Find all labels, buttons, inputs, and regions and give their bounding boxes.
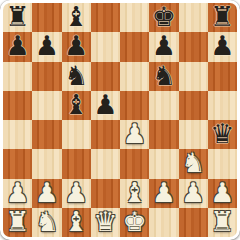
square-h5[interactable] [208, 91, 237, 120]
square-e1[interactable]: ♚ [120, 208, 149, 237]
black-rook[interactable]: ♜ [210, 3, 234, 30]
square-b1[interactable]: ♞ [32, 208, 61, 237]
black-knight[interactable]: ♞ [152, 62, 176, 89]
white-pawn[interactable]: ♟ [6, 179, 30, 206]
square-f5[interactable] [149, 91, 178, 120]
black-pawn[interactable]: ♟ [35, 32, 59, 59]
black-pawn[interactable]: ♟ [210, 32, 234, 59]
square-f7[interactable]: ♟ [149, 32, 178, 61]
square-e2[interactable]: ♝ [120, 179, 149, 208]
white-king[interactable]: ♚ [123, 208, 147, 235]
square-c1[interactable]: ♝ [62, 208, 91, 237]
square-b2[interactable]: ♟ [32, 179, 61, 208]
square-e6[interactable] [120, 62, 149, 91]
square-g8[interactable] [179, 3, 208, 32]
white-pawn[interactable]: ♟ [210, 179, 234, 206]
square-a5[interactable] [3, 91, 32, 120]
square-f4[interactable] [149, 120, 178, 149]
square-b4[interactable] [32, 120, 61, 149]
square-g4[interactable] [179, 120, 208, 149]
square-a7[interactable]: ♟ [3, 32, 32, 61]
square-g6[interactable] [179, 62, 208, 91]
square-b3[interactable] [32, 149, 61, 178]
square-e8[interactable] [120, 3, 149, 32]
white-rook[interactable]: ♜ [6, 208, 30, 235]
square-a1[interactable]: ♜ [3, 208, 32, 237]
square-g5[interactable] [179, 91, 208, 120]
black-pawn[interactable]: ♟ [64, 32, 88, 59]
square-b5[interactable] [32, 91, 61, 120]
square-f8[interactable]: ♚ [149, 3, 178, 32]
black-king[interactable]: ♚ [152, 3, 176, 30]
square-g1[interactable] [179, 208, 208, 237]
square-c5[interactable]: ♝ [62, 91, 91, 120]
white-pawn[interactable]: ♟ [181, 179, 205, 206]
black-bishop[interactable]: ♝ [64, 91, 88, 118]
black-pawn[interactable]: ♟ [152, 32, 176, 59]
square-b8[interactable] [32, 3, 61, 32]
white-pawn[interactable]: ♟ [64, 179, 88, 206]
chess-board: ♜♝♚♜♟♟♟♟♟♞♞♝♟♟♛♞♟♟♟♝♟♟♟♜♞♝♛♚♜ [3, 3, 237, 237]
white-knight[interactable]: ♞ [35, 208, 59, 235]
square-h7[interactable]: ♟ [208, 32, 237, 61]
black-rook[interactable]: ♜ [6, 3, 30, 30]
square-d8[interactable] [91, 3, 120, 32]
square-d2[interactable] [91, 179, 120, 208]
white-bishop[interactable]: ♝ [64, 208, 88, 235]
square-e7[interactable] [120, 32, 149, 61]
white-bishop[interactable]: ♝ [123, 179, 147, 206]
square-b6[interactable] [32, 62, 61, 91]
square-d4[interactable] [91, 120, 120, 149]
square-g3[interactable]: ♞ [179, 149, 208, 178]
square-g2[interactable]: ♟ [179, 179, 208, 208]
square-a2[interactable]: ♟ [3, 179, 32, 208]
square-e3[interactable] [120, 149, 149, 178]
square-c7[interactable]: ♟ [62, 32, 91, 61]
square-c6[interactable]: ♞ [62, 62, 91, 91]
white-pawn[interactable]: ♟ [123, 120, 147, 147]
square-g7[interactable] [179, 32, 208, 61]
square-f2[interactable]: ♟ [149, 179, 178, 208]
white-rook[interactable]: ♜ [210, 208, 234, 235]
black-bishop[interactable]: ♝ [64, 3, 88, 30]
black-pawn[interactable]: ♟ [6, 32, 30, 59]
square-h2[interactable]: ♟ [208, 179, 237, 208]
white-knight[interactable]: ♞ [181, 149, 205, 176]
square-h8[interactable]: ♜ [208, 3, 237, 32]
square-d5[interactable]: ♟ [91, 91, 120, 120]
board-frame: ♜♝♚♜♟♟♟♟♟♞♞♝♟♟♛♞♟♟♟♝♟♟♟♜♞♝♛♚♜ [0, 0, 240, 240]
square-c3[interactable] [62, 149, 91, 178]
square-c8[interactable]: ♝ [62, 3, 91, 32]
square-h4[interactable]: ♛ [208, 120, 237, 149]
square-e4[interactable]: ♟ [120, 120, 149, 149]
square-a8[interactable]: ♜ [3, 3, 32, 32]
square-e5[interactable] [120, 91, 149, 120]
square-a6[interactable] [3, 62, 32, 91]
square-f3[interactable] [149, 149, 178, 178]
white-pawn[interactable]: ♟ [152, 179, 176, 206]
square-h6[interactable] [208, 62, 237, 91]
white-pawn[interactable]: ♟ [35, 179, 59, 206]
square-c2[interactable]: ♟ [62, 179, 91, 208]
square-c4[interactable] [62, 120, 91, 149]
square-h1[interactable]: ♜ [208, 208, 237, 237]
square-d7[interactable] [91, 32, 120, 61]
square-a4[interactable] [3, 120, 32, 149]
square-h3[interactable] [208, 149, 237, 178]
black-knight[interactable]: ♞ [64, 62, 88, 89]
square-d3[interactable] [91, 149, 120, 178]
square-f6[interactable]: ♞ [149, 62, 178, 91]
square-d1[interactable]: ♛ [91, 208, 120, 237]
white-queen[interactable]: ♛ [93, 208, 117, 235]
square-a3[interactable] [3, 149, 32, 178]
square-b7[interactable]: ♟ [32, 32, 61, 61]
black-pawn[interactable]: ♟ [93, 91, 117, 118]
square-d6[interactable] [91, 62, 120, 91]
square-f1[interactable] [149, 208, 178, 237]
black-queen[interactable]: ♛ [210, 120, 234, 147]
